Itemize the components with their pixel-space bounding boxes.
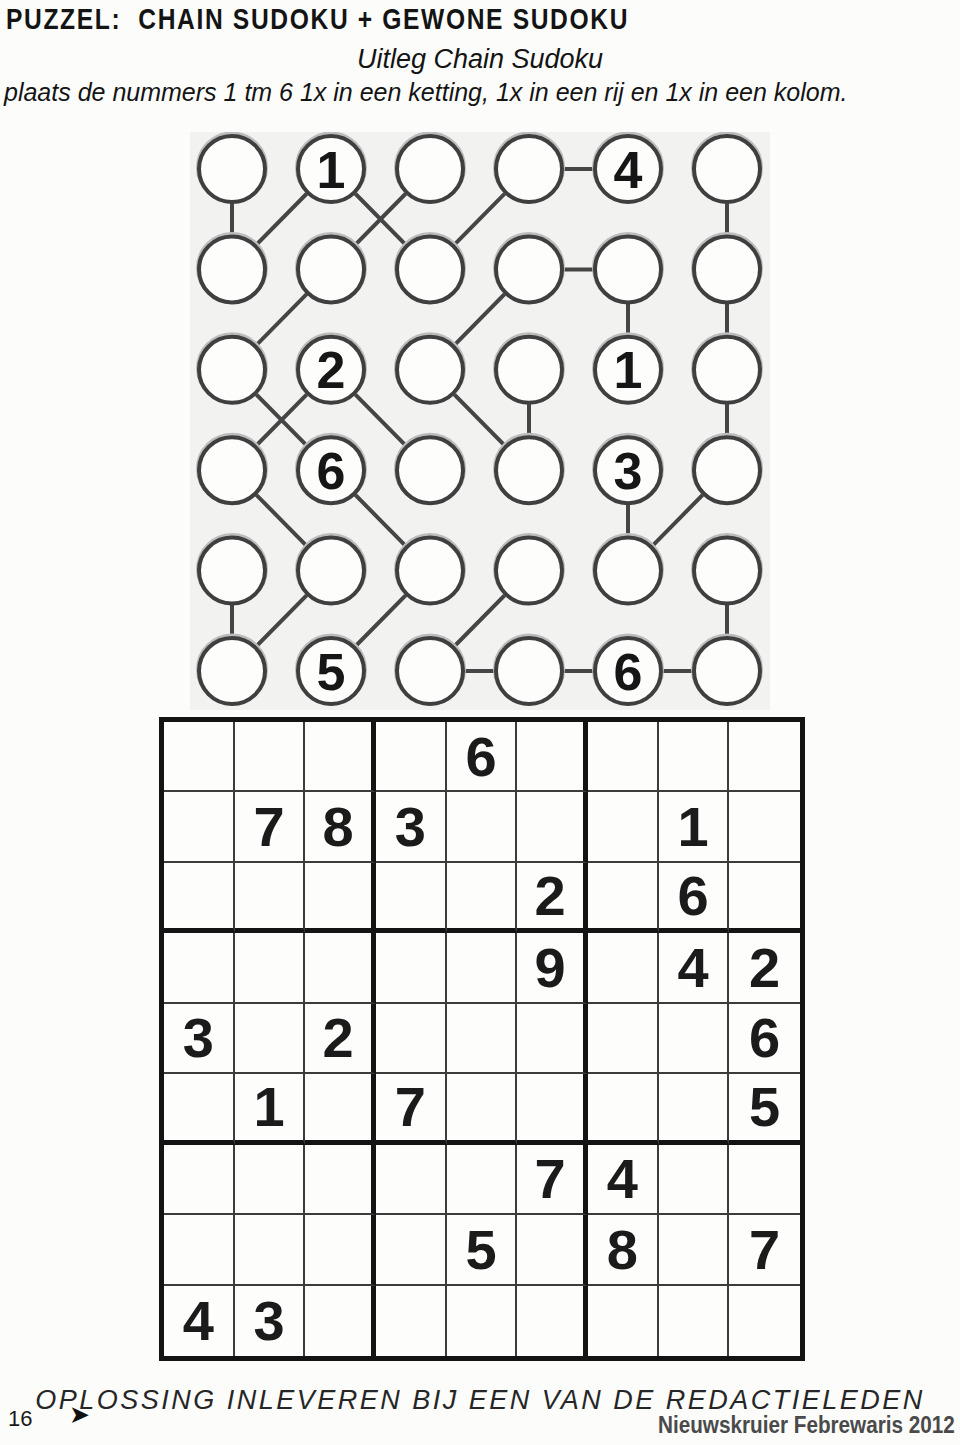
sudoku-cell[interactable] — [517, 792, 588, 862]
sudoku-given-digit: 8 — [323, 794, 354, 859]
chain-cell[interactable] — [397, 638, 463, 704]
sudoku-cell[interactable] — [588, 863, 659, 933]
sudoku-cell[interactable] — [588, 1004, 659, 1074]
sudoku-cell[interactable] — [729, 722, 800, 792]
sudoku-cell[interactable] — [517, 1215, 588, 1285]
sudoku-given-digit: 3 — [183, 1005, 214, 1070]
sudoku-cell[interactable]: 5 — [447, 1215, 518, 1285]
sudoku-cell[interactable]: 2 — [729, 933, 800, 1003]
sudoku-cell[interactable] — [235, 722, 306, 792]
sudoku-cell[interactable]: 4 — [588, 1145, 659, 1215]
sudoku-cell[interactable]: 6 — [659, 863, 730, 933]
magazine-page: PUZZEL: CHAIN SUDOKU + GEWONE SUDOKU Uit… — [0, 0, 960, 1445]
chain-cell[interactable] — [298, 236, 364, 302]
sudoku-cell[interactable] — [659, 1286, 730, 1356]
chain-sudoku-board: 14216356 — [190, 132, 770, 710]
sudoku-cell[interactable] — [305, 1286, 376, 1356]
chain-given-digit: 1 — [317, 141, 346, 199]
chain-cell[interactable] — [397, 437, 463, 503]
chain-sudoku-subtitle: Uitleg Chain Sudoku — [0, 44, 960, 75]
sudoku-cell[interactable] — [659, 1004, 730, 1074]
sudoku-given-digit: 2 — [323, 1005, 354, 1070]
sudoku-cell[interactable] — [376, 1215, 447, 1285]
sudoku-cell[interactable] — [729, 792, 800, 862]
sudoku-given-digit: 4 — [183, 1288, 214, 1353]
sudoku-cell[interactable] — [305, 863, 376, 933]
sudoku-grid: 67831269423261757458743 — [164, 722, 800, 1356]
sudoku-cell[interactable]: 1 — [659, 792, 730, 862]
sudoku-given-digit: 1 — [253, 1074, 284, 1139]
sudoku-cell[interactable] — [588, 1074, 659, 1144]
magazine-credit: Nieuwskruier Febrewaris 2012 — [658, 1412, 955, 1439]
sudoku-cell[interactable]: 3 — [235, 1286, 306, 1356]
sudoku-cell[interactable]: 7 — [517, 1145, 588, 1215]
chain-cell[interactable] — [199, 236, 265, 302]
sudoku-given-digit: 3 — [253, 1288, 284, 1353]
chain-cell[interactable] — [595, 538, 661, 604]
sudoku-cell[interactable] — [305, 1145, 376, 1215]
sudoku-cell[interactable] — [305, 722, 376, 792]
sudoku-cell[interactable] — [588, 933, 659, 1003]
sudoku-cell[interactable]: 2 — [305, 1004, 376, 1074]
chain-cell[interactable] — [199, 136, 265, 202]
sudoku-cell[interactable]: 5 — [729, 1074, 800, 1144]
sudoku-given-digit: 6 — [677, 863, 708, 928]
sudoku-cell[interactable] — [164, 1074, 235, 1144]
chain-sudoku-instruction: plaats de nummers 1 tm 6 1x in een ketti… — [4, 78, 848, 107]
sudoku-cell[interactable] — [517, 1074, 588, 1144]
sudoku-cell[interactable] — [164, 863, 235, 933]
chain-sudoku-grid: 14216356 — [190, 132, 770, 710]
sudoku-cell[interactable] — [659, 1215, 730, 1285]
sudoku-cell[interactable] — [305, 1215, 376, 1285]
sudoku-cell[interactable] — [659, 1145, 730, 1215]
sudoku-cell[interactable] — [376, 722, 447, 792]
chain-given-digit: 3 — [614, 442, 643, 500]
sudoku-cell[interactable] — [376, 1286, 447, 1356]
sudoku-cell[interactable]: 3 — [164, 1004, 235, 1074]
sudoku-cell[interactable] — [376, 933, 447, 1003]
sudoku-given-digit: 7 — [749, 1217, 780, 1282]
sudoku-given-digit: 7 — [253, 794, 284, 859]
chain-cell[interactable] — [496, 236, 562, 302]
sudoku-cell[interactable] — [305, 1074, 376, 1144]
arrow-icon: ➤ — [69, 1400, 90, 1429]
sudoku-given-digit: 6 — [749, 1005, 780, 1070]
sudoku-cell[interactable]: 8 — [305, 792, 376, 862]
chain-cell[interactable] — [496, 437, 562, 503]
sudoku-cell[interactable] — [447, 1145, 518, 1215]
sudoku-cell[interactable] — [376, 1145, 447, 1215]
sudoku-cell[interactable]: 1 — [235, 1074, 306, 1144]
sudoku-given-digit: 1 — [677, 794, 708, 859]
chain-cell[interactable] — [694, 538, 760, 604]
sudoku-given-digit: 5 — [749, 1074, 780, 1139]
sudoku-cell[interactable] — [305, 933, 376, 1003]
sudoku-given-digit: 7 — [535, 1146, 566, 1211]
sudoku-cell[interactable] — [447, 863, 518, 933]
sudoku-cell[interactable] — [659, 1074, 730, 1144]
sudoku-cell[interactable] — [517, 1286, 588, 1356]
sudoku-cell[interactable] — [447, 933, 518, 1003]
page-title: PUZZEL: CHAIN SUDOKU + GEWONE SUDOKU — [6, 2, 629, 36]
sudoku-given-digit: 6 — [465, 724, 496, 789]
chain-given-digit: 1 — [614, 341, 643, 399]
chain-cell[interactable] — [397, 236, 463, 302]
sudoku-given-digit: 4 — [677, 935, 708, 1000]
sudoku-given-digit: 7 — [395, 1074, 426, 1139]
sudoku-cell[interactable] — [588, 722, 659, 792]
page-number: 16 — [8, 1406, 32, 1432]
sudoku-cell[interactable] — [164, 1145, 235, 1215]
sudoku-given-digit: 4 — [607, 1146, 638, 1211]
chain-cell[interactable] — [199, 538, 265, 604]
sudoku-given-digit: 9 — [535, 935, 566, 1000]
sudoku-cell[interactable]: 6 — [447, 722, 518, 792]
sudoku-cell[interactable] — [517, 722, 588, 792]
sudoku-cell[interactable]: 4 — [164, 1286, 235, 1356]
sudoku-cell[interactable] — [447, 792, 518, 862]
sudoku-cell[interactable] — [164, 1215, 235, 1285]
sudoku-cell[interactable] — [235, 1215, 306, 1285]
sudoku-cell[interactable] — [235, 933, 306, 1003]
sudoku-given-digit: 2 — [749, 935, 780, 1000]
chain-cell[interactable] — [496, 538, 562, 604]
sudoku-cell[interactable]: 7 — [235, 792, 306, 862]
sudoku-cell[interactable]: 7 — [729, 1215, 800, 1285]
chain-cell[interactable] — [694, 437, 760, 503]
chain-cell[interactable] — [199, 337, 265, 403]
sudoku-cell[interactable] — [588, 792, 659, 862]
chain-cell[interactable] — [496, 638, 562, 704]
sudoku-cell[interactable] — [588, 1286, 659, 1356]
sudoku-cell[interactable] — [235, 863, 306, 933]
chain-cell[interactable] — [496, 136, 562, 202]
sudoku-cell[interactable]: 6 — [729, 1004, 800, 1074]
sudoku-cell[interactable]: 7 — [376, 1074, 447, 1144]
sudoku-cell[interactable]: 3 — [376, 792, 447, 862]
sudoku-cell[interactable] — [729, 1145, 800, 1215]
chain-cell[interactable] — [397, 538, 463, 604]
chain-cell[interactable] — [199, 437, 265, 503]
sudoku-cell[interactable] — [235, 1145, 306, 1215]
sudoku-given-digit: 2 — [535, 863, 566, 928]
chain-given-digit: 2 — [317, 341, 346, 399]
sudoku-cell[interactable] — [447, 1004, 518, 1074]
sudoku-cell[interactable] — [447, 1286, 518, 1356]
sudoku-given-digit: 5 — [465, 1217, 496, 1282]
sudoku-cell[interactable] — [447, 1074, 518, 1144]
sudoku-cell[interactable] — [235, 1004, 306, 1074]
sudoku-cell[interactable] — [376, 1004, 447, 1074]
chain-cell[interactable] — [694, 136, 760, 202]
sudoku-cell[interactable] — [517, 1004, 588, 1074]
sudoku-cell[interactable] — [164, 792, 235, 862]
sudoku-cell[interactable]: 9 — [517, 933, 588, 1003]
sudoku-cell[interactable] — [659, 722, 730, 792]
sudoku-cell[interactable] — [164, 722, 235, 792]
sudoku-cell[interactable] — [729, 863, 800, 933]
sudoku-board: 67831269423261757458743 — [159, 717, 805, 1361]
sudoku-given-digit: 3 — [395, 794, 426, 859]
chain-cell[interactable] — [694, 236, 760, 302]
sudoku-cell[interactable]: 4 — [659, 933, 730, 1003]
chain-cell[interactable] — [397, 337, 463, 403]
chain-given-digit: 5 — [317, 643, 346, 701]
chain-cell[interactable] — [694, 638, 760, 704]
chain-cell[interactable] — [199, 638, 265, 704]
chain-cell[interactable] — [496, 337, 562, 403]
chain-cell[interactable] — [298, 538, 364, 604]
chain-given-digit: 4 — [614, 141, 643, 199]
chain-given-digit: 6 — [317, 442, 346, 500]
sudoku-cell[interactable]: 2 — [517, 863, 588, 933]
sudoku-cell[interactable] — [729, 1286, 800, 1356]
chain-cell[interactable] — [595, 236, 661, 302]
chain-cell[interactable] — [397, 136, 463, 202]
sudoku-cell[interactable] — [376, 863, 447, 933]
sudoku-cell[interactable] — [164, 933, 235, 1003]
chain-given-digit: 6 — [614, 643, 643, 701]
sudoku-given-digit: 8 — [607, 1217, 638, 1282]
chain-cell[interactable] — [694, 337, 760, 403]
sudoku-cell[interactable]: 8 — [588, 1215, 659, 1285]
